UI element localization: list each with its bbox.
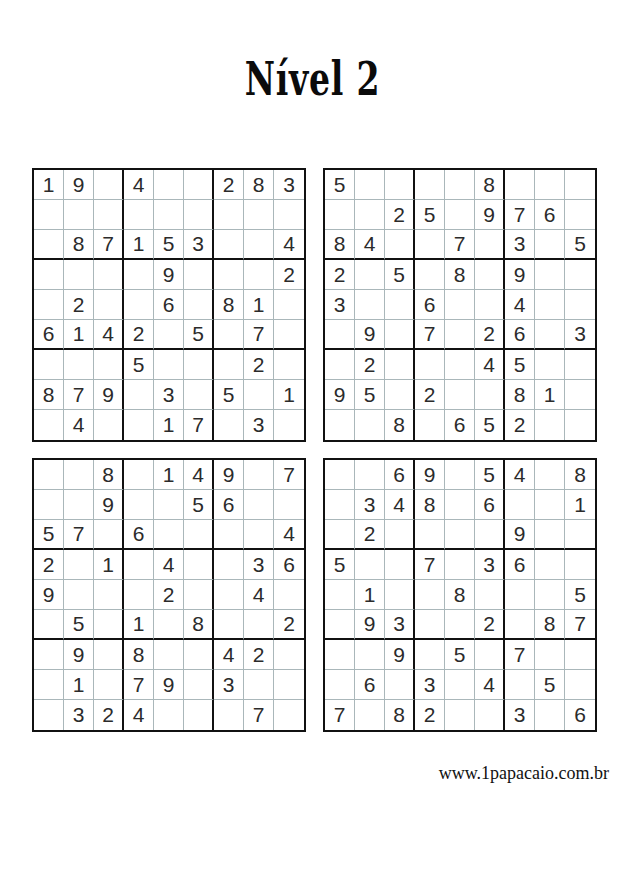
sudoku-cell — [34, 230, 64, 260]
sudoku-cell: 4 — [475, 670, 505, 700]
sudoku-cell — [34, 610, 64, 640]
sudoku-cell — [64, 200, 94, 230]
sudoku-cell: 3 — [355, 490, 385, 520]
sudoku-cell — [505, 670, 535, 700]
sudoku-cell — [325, 410, 355, 440]
sudoku-cell: 9 — [64, 170, 94, 200]
sudoku-cell: 5 — [325, 550, 355, 580]
sudoku-cell: 7 — [415, 550, 445, 580]
sudoku-cell — [124, 490, 154, 520]
sudoku-cell — [244, 230, 274, 260]
sudoku-cell — [445, 610, 475, 640]
sudoku-cell — [565, 350, 595, 380]
sudoku-cell — [475, 380, 505, 410]
sudoku-cell — [475, 260, 505, 290]
sudoku-cell — [445, 490, 475, 520]
sudoku-cell: 3 — [325, 290, 355, 320]
sudoku-cell: 5 — [34, 520, 64, 550]
sudoku-cell — [385, 170, 415, 200]
sudoku-cell: 8 — [94, 460, 124, 490]
sudoku-cell: 7 — [94, 230, 124, 260]
sudoku-cell — [415, 580, 445, 610]
sudoku-cell: 8 — [565, 460, 595, 490]
sudoku-cell — [475, 580, 505, 610]
sudoku-cell: 9 — [94, 490, 124, 520]
sudoku-cell — [154, 350, 184, 380]
sudoku-cell — [214, 200, 244, 230]
sudoku-cell: 7 — [565, 610, 595, 640]
sudoku-cell — [325, 520, 355, 550]
sudoku-cell — [385, 380, 415, 410]
sudoku-cell: 8 — [184, 610, 214, 640]
sudoku-cell — [565, 550, 595, 580]
sudoku-cell — [124, 580, 154, 610]
sudoku-cell — [565, 640, 595, 670]
sudoku-cell: 1 — [34, 170, 64, 200]
sudoku-cell — [415, 520, 445, 550]
sudoku-cell — [214, 410, 244, 440]
sudoku-cell: 5 — [385, 260, 415, 290]
sudoku-cell: 2 — [355, 350, 385, 380]
sudoku-cell: 6 — [154, 290, 184, 320]
sudoku-cell — [445, 320, 475, 350]
sudoku-cell — [385, 230, 415, 260]
sudoku-cell — [94, 670, 124, 700]
sudoku-cell — [184, 170, 214, 200]
sudoku-cell: 2 — [325, 260, 355, 290]
sudoku-cell: 6 — [214, 490, 244, 520]
sudoku-cell — [94, 290, 124, 320]
sudoku-cell — [535, 230, 565, 260]
sudoku-cell: 5 — [535, 670, 565, 700]
sudoku-cell — [445, 200, 475, 230]
sudoku-cell — [535, 700, 565, 730]
sudoku-cell: 2 — [415, 700, 445, 730]
sudoku-cell: 2 — [475, 320, 505, 350]
sudoku-cell — [274, 320, 304, 350]
sudoku-cell — [475, 700, 505, 730]
sudoku-cell: 7 — [184, 410, 214, 440]
sudoku-cell: 6 — [355, 670, 385, 700]
sudoku-cell — [274, 490, 304, 520]
sudoku-cell: 8 — [535, 610, 565, 640]
sudoku-cell: 1 — [154, 410, 184, 440]
sudoku-cell — [34, 200, 64, 230]
sudoku-cell — [214, 700, 244, 730]
sudoku-cell: 3 — [415, 670, 445, 700]
sudoku-cell — [34, 260, 64, 290]
sudoku-cell: 4 — [184, 460, 214, 490]
sudoku-cell — [154, 170, 184, 200]
sudoku-cell: 8 — [325, 230, 355, 260]
sudoku-cell — [274, 410, 304, 440]
footer-url: www.1papacaio.com.br — [439, 763, 609, 784]
sudoku-cell — [214, 350, 244, 380]
sudoku-cell: 9 — [355, 610, 385, 640]
sudoku-cell — [535, 290, 565, 320]
sudoku-cell — [184, 550, 214, 580]
sudoku-cell — [244, 380, 274, 410]
sudoku-cell: 2 — [385, 200, 415, 230]
sudoku-cell: 3 — [154, 380, 184, 410]
sudoku-cell: 4 — [274, 520, 304, 550]
sudoku-cell — [94, 170, 124, 200]
sudoku-cell — [94, 640, 124, 670]
sudoku-cell — [535, 170, 565, 200]
sudoku-cell: 3 — [475, 550, 505, 580]
sudoku-cell — [385, 670, 415, 700]
sudoku-cell — [385, 290, 415, 320]
sudoku-cell — [535, 490, 565, 520]
sudoku-cell — [124, 290, 154, 320]
sudoku-cell — [154, 520, 184, 550]
sudoku-cell: 5 — [475, 410, 505, 440]
sudoku-cell: 5 — [565, 580, 595, 610]
sudoku-cell — [214, 260, 244, 290]
sudoku-cell: 4 — [64, 410, 94, 440]
sudoku-cell — [535, 550, 565, 580]
sudoku-cell — [385, 580, 415, 610]
sudoku-cell — [124, 460, 154, 490]
sudoku-cell: 9 — [325, 380, 355, 410]
sudoku-cell — [565, 170, 595, 200]
sudoku-cell — [124, 260, 154, 290]
sudoku-cell — [355, 410, 385, 440]
sudoku-cell — [34, 410, 64, 440]
sudoku-cell — [154, 700, 184, 730]
sudoku-cell — [565, 520, 595, 550]
sudoku-cell — [154, 200, 184, 230]
sudoku-cell — [274, 290, 304, 320]
sudoku-cell — [505, 170, 535, 200]
sudoku-cell — [325, 320, 355, 350]
sudoku-cell: 9 — [154, 260, 184, 290]
sudoku-grid-bottom-left: 814979565764214369245182984217933247 — [32, 458, 306, 732]
sudoku-cell — [325, 460, 355, 490]
sudoku-cell: 5 — [184, 320, 214, 350]
sudoku-cell — [124, 200, 154, 230]
sudoku-cell: 1 — [274, 380, 304, 410]
sudoku-cell — [385, 320, 415, 350]
sudoku-cell: 6 — [124, 520, 154, 550]
sudoku-grid-top-left: 194283871534922681614257528793514173 — [32, 168, 306, 442]
sudoku-cell — [274, 350, 304, 380]
sudoku-cell — [244, 670, 274, 700]
sudoku-cell: 7 — [244, 320, 274, 350]
sudoku-cell — [505, 610, 535, 640]
sudoku-cell: 4 — [154, 550, 184, 580]
sudoku-cell — [535, 410, 565, 440]
sudoku-cell: 3 — [385, 610, 415, 640]
sudoku-cell — [154, 490, 184, 520]
sudoku-cell: 1 — [64, 320, 94, 350]
sudoku-cell — [64, 350, 94, 380]
sudoku-cell: 9 — [385, 640, 415, 670]
sudoku-cell: 8 — [64, 230, 94, 260]
sudoku-grid-top-right: 582597684735258936497263245952818652 — [323, 168, 597, 442]
sudoku-cell — [325, 350, 355, 380]
page-title: Nível 2 — [87, 52, 537, 106]
sudoku-cell — [535, 640, 565, 670]
sudoku-cell: 3 — [565, 320, 595, 350]
sudoku-cell: 9 — [475, 200, 505, 230]
sudoku-cell — [325, 640, 355, 670]
sudoku-cell: 7 — [124, 670, 154, 700]
sudoku-cell — [415, 170, 445, 200]
sudoku-cell: 7 — [244, 700, 274, 730]
sudoku-cell — [535, 320, 565, 350]
sudoku-cell — [34, 290, 64, 320]
sudoku-cell: 4 — [505, 460, 535, 490]
sudoku-cell: 7 — [325, 700, 355, 730]
sudoku-cell: 4 — [355, 230, 385, 260]
sudoku-cell: 1 — [124, 610, 154, 640]
sudoku-cell: 1 — [64, 670, 94, 700]
sudoku-cell: 2 — [415, 380, 445, 410]
sudoku-cell — [94, 200, 124, 230]
sudoku-cell — [244, 610, 274, 640]
sudoku-cell — [445, 550, 475, 580]
sudoku-cell — [325, 580, 355, 610]
sudoku-cell — [154, 610, 184, 640]
sudoku-cell — [184, 700, 214, 730]
sudoku-cell — [355, 260, 385, 290]
sudoku-cell — [244, 520, 274, 550]
sudoku-cell — [64, 460, 94, 490]
sudoku-cell: 2 — [154, 580, 184, 610]
sudoku-cell: 8 — [385, 700, 415, 730]
sudoku-cell — [565, 410, 595, 440]
sudoku-cell: 2 — [34, 550, 64, 580]
sudoku-cell: 8 — [34, 380, 64, 410]
sudoku-cell: 4 — [124, 700, 154, 730]
sudoku-cell — [274, 700, 304, 730]
sudoku-cell — [34, 460, 64, 490]
sudoku-cell: 7 — [505, 200, 535, 230]
sudoku-cell — [94, 350, 124, 380]
sudoku-cell: 2 — [244, 640, 274, 670]
sudoku-cell: 5 — [355, 380, 385, 410]
sudoku-cell — [415, 350, 445, 380]
sudoku-cell — [244, 260, 274, 290]
sudoku-cell: 4 — [244, 580, 274, 610]
sudoku-cell — [325, 610, 355, 640]
sudoku-cell — [355, 200, 385, 230]
sudoku-cell — [184, 200, 214, 230]
sudoku-cell: 2 — [244, 350, 274, 380]
sudoku-cell: 6 — [535, 200, 565, 230]
sudoku-cell: 1 — [355, 580, 385, 610]
sudoku-cell: 5 — [445, 640, 475, 670]
sudoku-cell: 6 — [274, 550, 304, 580]
sudoku-cell: 1 — [94, 550, 124, 580]
sudoku-cell: 3 — [274, 170, 304, 200]
sudoku-cell: 4 — [214, 640, 244, 670]
sudoku-cell — [154, 640, 184, 670]
sudoku-cell: 5 — [505, 350, 535, 380]
sudoku-cell: 7 — [274, 460, 304, 490]
sudoku-cell — [124, 550, 154, 580]
sudoku-cell: 1 — [124, 230, 154, 260]
sudoku-cell: 2 — [505, 410, 535, 440]
sudoku-cell — [94, 610, 124, 640]
sudoku-cell — [505, 580, 535, 610]
sudoku-cell — [535, 520, 565, 550]
sudoku-cell: 5 — [124, 350, 154, 380]
sudoku-cell — [64, 550, 94, 580]
sudoku-cell — [214, 610, 244, 640]
sudoku-cell — [274, 670, 304, 700]
sudoku-cell — [415, 260, 445, 290]
sudoku-cell — [505, 490, 535, 520]
sudoku-cell — [535, 350, 565, 380]
sudoku-cell: 2 — [124, 320, 154, 350]
sudoku-cell — [445, 350, 475, 380]
sudoku-cell: 3 — [505, 700, 535, 730]
sudoku-cell — [475, 520, 505, 550]
sudoku-cell — [565, 260, 595, 290]
sudoku-cell: 8 — [214, 290, 244, 320]
sudoku-cell — [214, 580, 244, 610]
sudoku-cell — [325, 670, 355, 700]
sudoku-cell — [445, 290, 475, 320]
sudoku-cell: 9 — [214, 460, 244, 490]
sudoku-cell — [154, 320, 184, 350]
sudoku-cell — [184, 290, 214, 320]
sudoku-cell: 8 — [385, 410, 415, 440]
sudoku-cell — [214, 230, 244, 260]
sudoku-cell — [355, 290, 385, 320]
sudoku-cell — [34, 350, 64, 380]
sudoku-cell — [415, 230, 445, 260]
sudoku-cell: 2 — [274, 610, 304, 640]
sudoku-cell: 3 — [244, 550, 274, 580]
sudoku-cell: 9 — [94, 380, 124, 410]
sudoku-cell: 3 — [505, 230, 535, 260]
sudoku-cell: 9 — [154, 670, 184, 700]
sudoku-cell — [385, 350, 415, 380]
sudoku-cell — [184, 260, 214, 290]
sudoku-cell: 8 — [475, 170, 505, 200]
sudoku-cell — [445, 670, 475, 700]
sudoku-cell: 6 — [445, 410, 475, 440]
sudoku-cell: 4 — [274, 230, 304, 260]
sudoku-cell — [355, 700, 385, 730]
sudoku-cell — [214, 520, 244, 550]
sudoku-cell: 9 — [505, 520, 535, 550]
sudoku-cell — [124, 380, 154, 410]
sudoku-cell — [94, 260, 124, 290]
sudoku-cell: 4 — [124, 170, 154, 200]
sudoku-cell: 6 — [385, 460, 415, 490]
sudoku-cell — [475, 230, 505, 260]
sudoku-cell: 2 — [64, 290, 94, 320]
sudoku-cell — [445, 520, 475, 550]
sudoku-cell: 2 — [274, 260, 304, 290]
sudoku-cell — [535, 460, 565, 490]
sudoku-cell — [445, 170, 475, 200]
sudoku-cell — [415, 410, 445, 440]
sudoku-cell — [184, 640, 214, 670]
sudoku-grid-bottom-right: 695483486129573618593287957634578236 — [323, 458, 597, 732]
sudoku-cell — [64, 260, 94, 290]
sudoku-cell: 5 — [325, 170, 355, 200]
sudoku-cell — [214, 320, 244, 350]
sudoku-cell: 2 — [355, 520, 385, 550]
sudoku-cell: 6 — [505, 550, 535, 580]
sudoku-cell: 2 — [94, 700, 124, 730]
sudoku-cell: 7 — [505, 640, 535, 670]
sudoku-cell: 5 — [214, 380, 244, 410]
sudoku-cell — [325, 490, 355, 520]
sudoku-cell — [124, 410, 154, 440]
sudoku-cell — [445, 700, 475, 730]
sudoku-cell — [274, 640, 304, 670]
sudoku-cell — [415, 640, 445, 670]
sudoku-cell — [34, 670, 64, 700]
sudoku-cell — [184, 670, 214, 700]
sudoku-cell: 9 — [505, 260, 535, 290]
sudoku-cell: 8 — [415, 490, 445, 520]
sudoku-cell — [475, 640, 505, 670]
sudoku-cell: 4 — [385, 490, 415, 520]
sudoku-cell: 5 — [475, 460, 505, 490]
sudoku-cell — [355, 640, 385, 670]
sudoku-cell: 8 — [124, 640, 154, 670]
sudoku-cell — [94, 580, 124, 610]
sudoku-cell: 8 — [244, 170, 274, 200]
sudoku-cell — [274, 200, 304, 230]
sudoku-cell — [565, 670, 595, 700]
sudoku-cell — [184, 580, 214, 610]
sudoku-cell: 5 — [184, 490, 214, 520]
sudoku-cell — [64, 490, 94, 520]
sudoku-cell: 6 — [475, 490, 505, 520]
sudoku-cell — [34, 640, 64, 670]
sudoku-cell — [34, 490, 64, 520]
sudoku-cell: 3 — [214, 670, 244, 700]
sudoku-cell: 8 — [445, 580, 475, 610]
sudoku-cell: 7 — [64, 380, 94, 410]
sudoku-cell: 7 — [64, 520, 94, 550]
sudoku-cell — [445, 380, 475, 410]
sudoku-cell: 6 — [565, 700, 595, 730]
sudoku-cell: 5 — [154, 230, 184, 260]
sudoku-cell — [475, 290, 505, 320]
sudoku-cell — [535, 260, 565, 290]
sudoku-cell: 7 — [415, 320, 445, 350]
sudoku-cell: 9 — [415, 460, 445, 490]
sudoku-cell: 8 — [445, 260, 475, 290]
sudoku-cell: 3 — [244, 410, 274, 440]
sudoku-cell — [355, 170, 385, 200]
sudoku-cell — [385, 520, 415, 550]
sudoku-cell: 8 — [505, 380, 535, 410]
sudoku-cell: 5 — [64, 610, 94, 640]
sudoku-cell: 4 — [505, 290, 535, 320]
sudoku-cell — [565, 290, 595, 320]
sudoku-cell — [355, 460, 385, 490]
sudoku-cell — [64, 580, 94, 610]
sudoku-cell — [244, 460, 274, 490]
sudoku-cell: 5 — [415, 200, 445, 230]
sudoku-cell: 1 — [535, 380, 565, 410]
sudoku-cell: 1 — [565, 490, 595, 520]
sudoku-cell: 4 — [94, 320, 124, 350]
sudoku-cell — [184, 350, 214, 380]
sudoku-cell — [214, 550, 244, 580]
sudoku-cell — [325, 200, 355, 230]
